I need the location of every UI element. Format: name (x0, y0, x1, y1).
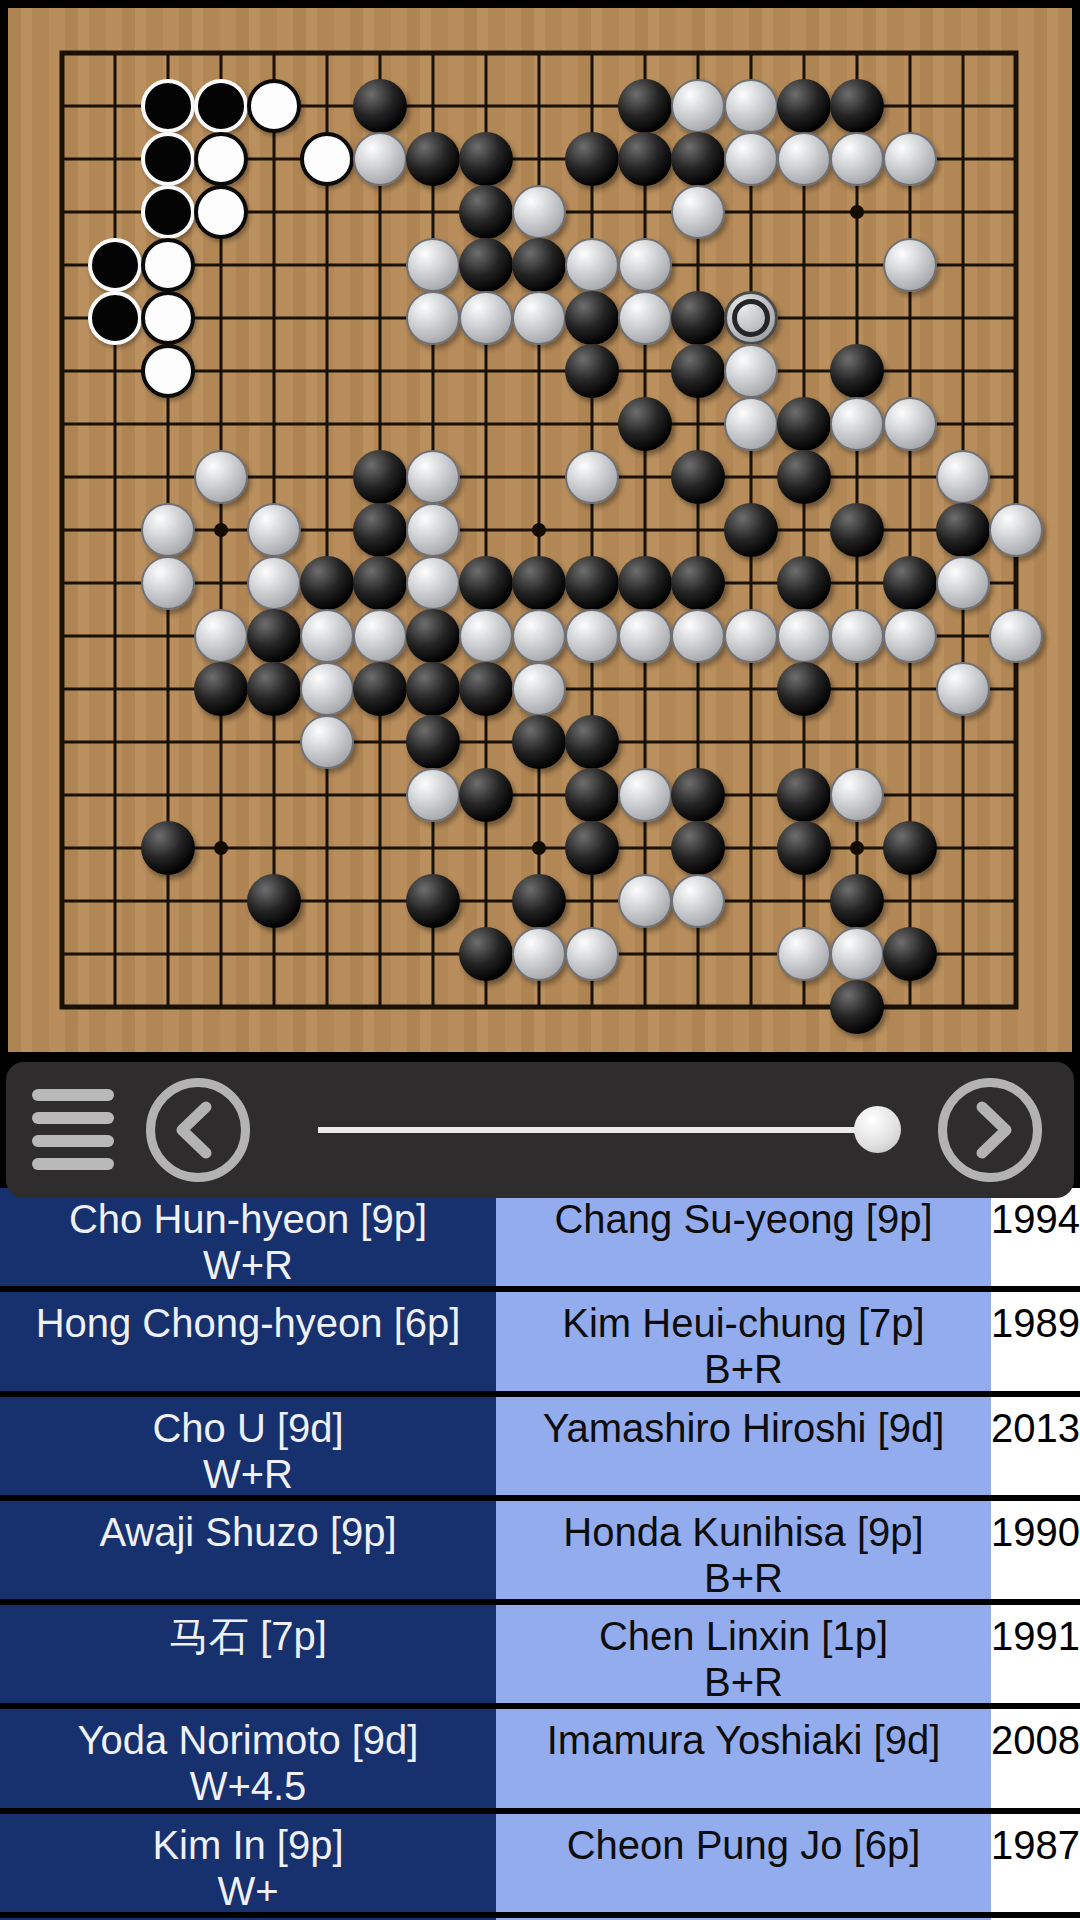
black-stone (194, 662, 248, 716)
white-stone (406, 556, 460, 610)
year-cell: 1994 (991, 1188, 1080, 1286)
black-stone (618, 132, 672, 186)
white-stone-last-move (724, 291, 778, 345)
white-player-cell: Cheon Pung Jo [6p] (496, 1814, 991, 1912)
black-stone (883, 821, 937, 875)
white-stone (724, 344, 778, 398)
white-stone (989, 503, 1043, 557)
white-stone (406, 768, 460, 822)
white-stone (936, 662, 990, 716)
previous-move-button[interactable] (146, 1078, 250, 1182)
white-pattern-stone (141, 238, 195, 292)
black-stone (565, 344, 619, 398)
black-stone (883, 927, 937, 981)
white-stone (883, 238, 937, 292)
white-stone (989, 609, 1043, 663)
game-row-6[interactable]: Yoda Norimoto [9d]W+4.5Imamura Yoshiaki … (0, 1703, 1080, 1807)
black-stone (565, 715, 619, 769)
black-stone (247, 609, 301, 663)
black-player-cell: Cho U [9d]W+R (0, 1397, 496, 1495)
white-stone (777, 609, 831, 663)
stones-layer (0, 0, 1080, 1055)
black-stone (777, 556, 831, 610)
white-player-cell: Imamura Yoshiaki [9d] (496, 1709, 991, 1807)
year-cell: 1991 (991, 1605, 1080, 1703)
white-stone (830, 397, 884, 451)
white-stone (830, 609, 884, 663)
white-stone (618, 238, 672, 292)
white-stone (883, 609, 937, 663)
navigation-bar (6, 1062, 1074, 1198)
black-stone (565, 556, 619, 610)
black-player-cell: Kim In [9p]W+ (0, 1814, 496, 1912)
white-stone (618, 291, 672, 345)
black-stone (353, 79, 407, 133)
white-stone (247, 503, 301, 557)
white-player-cell: Chang Su-yeong [9p] (496, 1188, 991, 1286)
white-stone (936, 450, 990, 504)
black-stone (406, 132, 460, 186)
black-pattern-stone (141, 185, 195, 239)
white-stone (300, 609, 354, 663)
black-stone (459, 132, 513, 186)
white-pattern-stone (194, 132, 248, 186)
black-stone (565, 821, 619, 875)
white-stone (618, 768, 672, 822)
white-stone (830, 768, 884, 822)
white-stone (671, 185, 725, 239)
black-stone (565, 768, 619, 822)
white-player-cell: Chen Linxin [1p]B+R (496, 1605, 991, 1703)
white-stone (406, 503, 460, 557)
black-stone (671, 556, 725, 610)
white-stone (936, 556, 990, 610)
game-row-7[interactable]: Kim In [9p]W+Cheon Pung Jo [6p]1987 (0, 1808, 1080, 1912)
game-row-4[interactable]: Awaji Shuzo [9p]Honda Kunihisa [9p]B+R19… (0, 1495, 1080, 1599)
black-stone (459, 185, 513, 239)
black-stone (671, 821, 725, 875)
white-stone (777, 132, 831, 186)
black-stone (777, 662, 831, 716)
white-pattern-stone (300, 132, 354, 186)
black-player-cell: Cho Hun-hyeon [9p]W+R (0, 1188, 496, 1286)
black-stone (406, 874, 460, 928)
black-stone (777, 79, 831, 133)
black-stone (883, 556, 937, 610)
black-stone (777, 397, 831, 451)
black-pattern-stone (141, 79, 195, 133)
year-cell: 1989 (991, 1292, 1080, 1390)
black-stone (777, 768, 831, 822)
black-stone (777, 450, 831, 504)
white-stone (618, 609, 672, 663)
black-stone (353, 556, 407, 610)
black-stone (353, 503, 407, 557)
white-stone (671, 874, 725, 928)
black-stone (618, 556, 672, 610)
white-stone (777, 927, 831, 981)
black-stone (512, 556, 566, 610)
menu-icon (32, 1158, 114, 1170)
white-player-cell: Yamashiro Hiroshi [9d] (496, 1397, 991, 1495)
menu-button[interactable] (32, 1089, 114, 1171)
menu-icon (32, 1089, 114, 1101)
black-stone (671, 291, 725, 345)
black-stone (247, 874, 301, 928)
white-stone (406, 291, 460, 345)
white-player-cell: Kim Heui-chung [7p]B+R (496, 1292, 991, 1390)
white-stone (565, 238, 619, 292)
year-cell: 1990 (991, 1501, 1080, 1599)
black-stone (512, 238, 566, 292)
white-stone (883, 397, 937, 451)
white-stone (459, 291, 513, 345)
black-stone (618, 397, 672, 451)
white-stone (194, 450, 248, 504)
game-row-3[interactable]: Cho U [9d]W+RYamashiro Hiroshi [9d]2013 (0, 1391, 1080, 1495)
white-stone (883, 132, 937, 186)
black-stone (353, 662, 407, 716)
white-stone (724, 132, 778, 186)
black-pattern-stone (194, 79, 248, 133)
black-stone (459, 768, 513, 822)
white-stone (353, 132, 407, 186)
white-stone (724, 609, 778, 663)
black-stone (406, 715, 460, 769)
year-cell: 1987 (991, 1814, 1080, 1912)
white-stone (247, 556, 301, 610)
game-list: Cho Hun-hyeon [9p]W+RChang Su-yeong [9p]… (0, 1182, 1080, 1920)
year-cell: 2013 (991, 1397, 1080, 1495)
black-stone (671, 132, 725, 186)
black-stone (936, 503, 990, 557)
chevron-left-icon (146, 1078, 250, 1182)
next-move-button[interactable] (938, 1078, 1042, 1182)
white-stone (512, 662, 566, 716)
black-stone (300, 556, 354, 610)
game-row-2[interactable]: Hong Chong-hyeon [6p]Kim Heui-chung [7p]… (0, 1286, 1080, 1390)
white-pattern-stone (141, 291, 195, 345)
black-stone (830, 980, 884, 1034)
black-stone (671, 450, 725, 504)
white-stone (618, 874, 672, 928)
black-stone (406, 609, 460, 663)
white-stone (830, 927, 884, 981)
white-stone (671, 609, 725, 663)
white-stone (671, 79, 725, 133)
black-stone (671, 344, 725, 398)
black-pattern-stone (88, 238, 142, 292)
game-row-8[interactable] (0, 1912, 1080, 1920)
black-stone (459, 927, 513, 981)
black-stone (830, 344, 884, 398)
white-stone (512, 185, 566, 239)
white-pattern-stone (194, 185, 248, 239)
black-stone (565, 132, 619, 186)
white-stone (141, 503, 195, 557)
black-pattern-stone (88, 291, 142, 345)
black-stone (565, 291, 619, 345)
white-stone (724, 397, 778, 451)
black-stone (459, 238, 513, 292)
white-stone (353, 609, 407, 663)
white-pattern-stone (141, 344, 195, 398)
black-stone (618, 79, 672, 133)
black-stone (671, 768, 725, 822)
white-stone (565, 609, 619, 663)
white-stone (300, 662, 354, 716)
black-stone (830, 79, 884, 133)
black-player-cell: Awaji Shuzo [9p] (0, 1501, 496, 1599)
black-stone (353, 450, 407, 504)
white-stone (300, 715, 354, 769)
black-stone (406, 662, 460, 716)
black-stone (141, 821, 195, 875)
black-stone (777, 821, 831, 875)
white-stone (830, 132, 884, 186)
chevron-right-icon (938, 1078, 1042, 1182)
move-slider[interactable] (318, 1127, 878, 1133)
black-stone (830, 874, 884, 928)
white-stone (406, 238, 460, 292)
black-player-cell: Yoda Norimoto [9d]W+4.5 (0, 1709, 496, 1807)
black-pattern-stone (141, 132, 195, 186)
black-stone (830, 503, 884, 557)
game-row-5[interactable]: 马石 [7p]Chen Linxin [1p]B+R1991 (0, 1599, 1080, 1703)
black-stone (459, 662, 513, 716)
white-stone (565, 450, 619, 504)
white-stone (724, 79, 778, 133)
white-stone (194, 609, 248, 663)
menu-icon (32, 1135, 114, 1147)
black-stone (247, 662, 301, 716)
white-stone (141, 556, 195, 610)
black-stone (512, 874, 566, 928)
black-stone (459, 556, 513, 610)
black-player-cell: Hong Chong-hyeon [6p] (0, 1292, 496, 1390)
black-stone (512, 715, 566, 769)
white-stone (565, 927, 619, 981)
slider-thumb[interactable] (854, 1106, 901, 1153)
black-player-cell: 马石 [7p] (0, 1605, 496, 1703)
app-screen: Cho Hun-hyeon [9p]W+RChang Su-yeong [9p]… (0, 0, 1080, 1920)
white-stone (512, 291, 566, 345)
white-pattern-stone (247, 79, 301, 133)
white-stone (512, 609, 566, 663)
white-player-cell: Honda Kunihisa [9p]B+R (496, 1501, 991, 1599)
black-stone (724, 503, 778, 557)
white-stone (406, 450, 460, 504)
menu-icon (32, 1112, 114, 1124)
year-cell: 2008 (991, 1709, 1080, 1807)
white-stone (512, 927, 566, 981)
white-stone (459, 609, 513, 663)
